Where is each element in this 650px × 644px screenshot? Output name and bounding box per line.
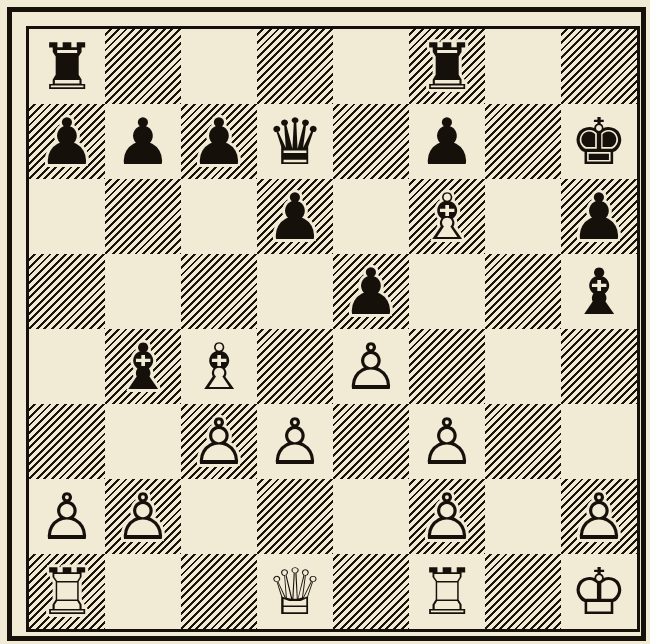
- square-f1[interactable]: ♜♖: [409, 554, 485, 629]
- piece-bP-h6[interactable]: ♟: [570, 185, 627, 249]
- square-b7[interactable]: ♟♟: [105, 104, 181, 179]
- board-frame: ♜♜♜♜♟♟♟♟♟♟♛♛♟♟♚♚♟♟♝♗♟♟♟♟♝♝♝♝♝♗♟♙♟♙♟♙♟♙♟♙…: [26, 26, 640, 632]
- diagram-page: ♜♜♜♜♟♟♟♟♟♟♛♛♟♟♚♚♟♟♝♗♟♟♟♟♝♝♝♝♝♗♟♙♟♙♟♙♟♙♟♙…: [0, 0, 650, 644]
- piece-wP-e4[interactable]: ♙: [342, 335, 399, 399]
- piece-wR-a1[interactable]: ♖: [38, 560, 95, 624]
- square-g1[interactable]: [485, 554, 561, 629]
- square-d8[interactable]: [257, 29, 333, 104]
- piece-bP-b7[interactable]: ♟: [114, 110, 171, 174]
- piece-wK-h1[interactable]: ♔: [570, 560, 627, 624]
- square-h3[interactable]: [561, 404, 637, 479]
- square-a8[interactable]: ♜♜: [29, 29, 105, 104]
- square-a3[interactable]: [29, 404, 105, 479]
- square-f4[interactable]: [409, 329, 485, 404]
- square-c6[interactable]: [181, 179, 257, 254]
- square-d2[interactable]: [257, 479, 333, 554]
- piece-bR-f8[interactable]: ♜: [418, 35, 475, 99]
- square-f8[interactable]: ♜♜: [409, 29, 485, 104]
- square-c7[interactable]: ♟♟: [181, 104, 257, 179]
- square-f6[interactable]: ♝♗: [409, 179, 485, 254]
- square-a4[interactable]: [29, 329, 105, 404]
- piece-bB-b4[interactable]: ♝: [114, 335, 171, 399]
- square-d7[interactable]: ♛♛: [257, 104, 333, 179]
- piece-wB-f6[interactable]: ♗: [418, 185, 475, 249]
- square-d5[interactable]: [257, 254, 333, 329]
- square-c5[interactable]: [181, 254, 257, 329]
- square-g4[interactable]: [485, 329, 561, 404]
- square-d6[interactable]: ♟♟: [257, 179, 333, 254]
- piece-wB-c4[interactable]: ♗: [190, 335, 247, 399]
- square-b5[interactable]: [105, 254, 181, 329]
- square-b3[interactable]: [105, 404, 181, 479]
- square-c8[interactable]: [181, 29, 257, 104]
- square-d3[interactable]: ♟♙: [257, 404, 333, 479]
- square-e3[interactable]: [333, 404, 409, 479]
- square-c4[interactable]: ♝♗: [181, 329, 257, 404]
- square-f2[interactable]: ♟♙: [409, 479, 485, 554]
- piece-bP-f7[interactable]: ♟: [418, 110, 475, 174]
- square-h2[interactable]: ♟♙: [561, 479, 637, 554]
- square-c3[interactable]: ♟♙: [181, 404, 257, 479]
- square-h8[interactable]: [561, 29, 637, 104]
- piece-bP-d6[interactable]: ♟: [266, 185, 323, 249]
- square-b8[interactable]: [105, 29, 181, 104]
- square-d4[interactable]: [257, 329, 333, 404]
- square-a1[interactable]: ♜♖: [29, 554, 105, 629]
- square-g2[interactable]: [485, 479, 561, 554]
- square-g7[interactable]: [485, 104, 561, 179]
- piece-wQ-d1[interactable]: ♕: [266, 560, 323, 624]
- chess-board: ♜♜♜♜♟♟♟♟♟♟♛♛♟♟♚♚♟♟♝♗♟♟♟♟♝♝♝♝♝♗♟♙♟♙♟♙♟♙♟♙…: [29, 29, 637, 629]
- square-e8[interactable]: [333, 29, 409, 104]
- piece-wP-c3[interactable]: ♙: [190, 410, 247, 474]
- piece-bK-h7[interactable]: ♚: [570, 110, 627, 174]
- piece-bP-c7[interactable]: ♟: [190, 110, 247, 174]
- piece-bR-a8[interactable]: ♜: [38, 35, 95, 99]
- square-a2[interactable]: ♟♙: [29, 479, 105, 554]
- square-e7[interactable]: [333, 104, 409, 179]
- square-a5[interactable]: [29, 254, 105, 329]
- square-b6[interactable]: [105, 179, 181, 254]
- square-g8[interactable]: [485, 29, 561, 104]
- piece-wP-a2[interactable]: ♙: [38, 485, 95, 549]
- square-g3[interactable]: [485, 404, 561, 479]
- square-e5[interactable]: ♟♟: [333, 254, 409, 329]
- square-e4[interactable]: ♟♙: [333, 329, 409, 404]
- square-e2[interactable]: [333, 479, 409, 554]
- piece-wP-d3[interactable]: ♙: [266, 410, 323, 474]
- square-a6[interactable]: [29, 179, 105, 254]
- square-g6[interactable]: [485, 179, 561, 254]
- square-e6[interactable]: [333, 179, 409, 254]
- square-h4[interactable]: [561, 329, 637, 404]
- piece-bQ-d7[interactable]: ♛: [266, 110, 323, 174]
- square-g5[interactable]: [485, 254, 561, 329]
- square-f3[interactable]: ♟♙: [409, 404, 485, 479]
- piece-bP-a7[interactable]: ♟: [38, 110, 95, 174]
- square-e1[interactable]: [333, 554, 409, 629]
- square-h6[interactable]: ♟♟: [561, 179, 637, 254]
- square-b1[interactable]: [105, 554, 181, 629]
- square-h5[interactable]: ♝♝: [561, 254, 637, 329]
- square-d1[interactable]: ♛♕: [257, 554, 333, 629]
- square-c2[interactable]: [181, 479, 257, 554]
- square-f5[interactable]: [409, 254, 485, 329]
- square-b2[interactable]: ♟♙: [105, 479, 181, 554]
- square-f7[interactable]: ♟♟: [409, 104, 485, 179]
- piece-wP-f2[interactable]: ♙: [418, 485, 475, 549]
- piece-wP-b2[interactable]: ♙: [114, 485, 171, 549]
- square-a7[interactable]: ♟♟: [29, 104, 105, 179]
- square-b4[interactable]: ♝♝: [105, 329, 181, 404]
- square-h7[interactable]: ♚♚: [561, 104, 637, 179]
- piece-bB-h5[interactable]: ♝: [570, 260, 627, 324]
- piece-wP-h2[interactable]: ♙: [570, 485, 627, 549]
- square-c1[interactable]: [181, 554, 257, 629]
- piece-wR-f1[interactable]: ♖: [418, 560, 475, 624]
- piece-bP-e5[interactable]: ♟: [342, 260, 399, 324]
- square-h1[interactable]: ♚♔: [561, 554, 637, 629]
- piece-wP-f3[interactable]: ♙: [418, 410, 475, 474]
